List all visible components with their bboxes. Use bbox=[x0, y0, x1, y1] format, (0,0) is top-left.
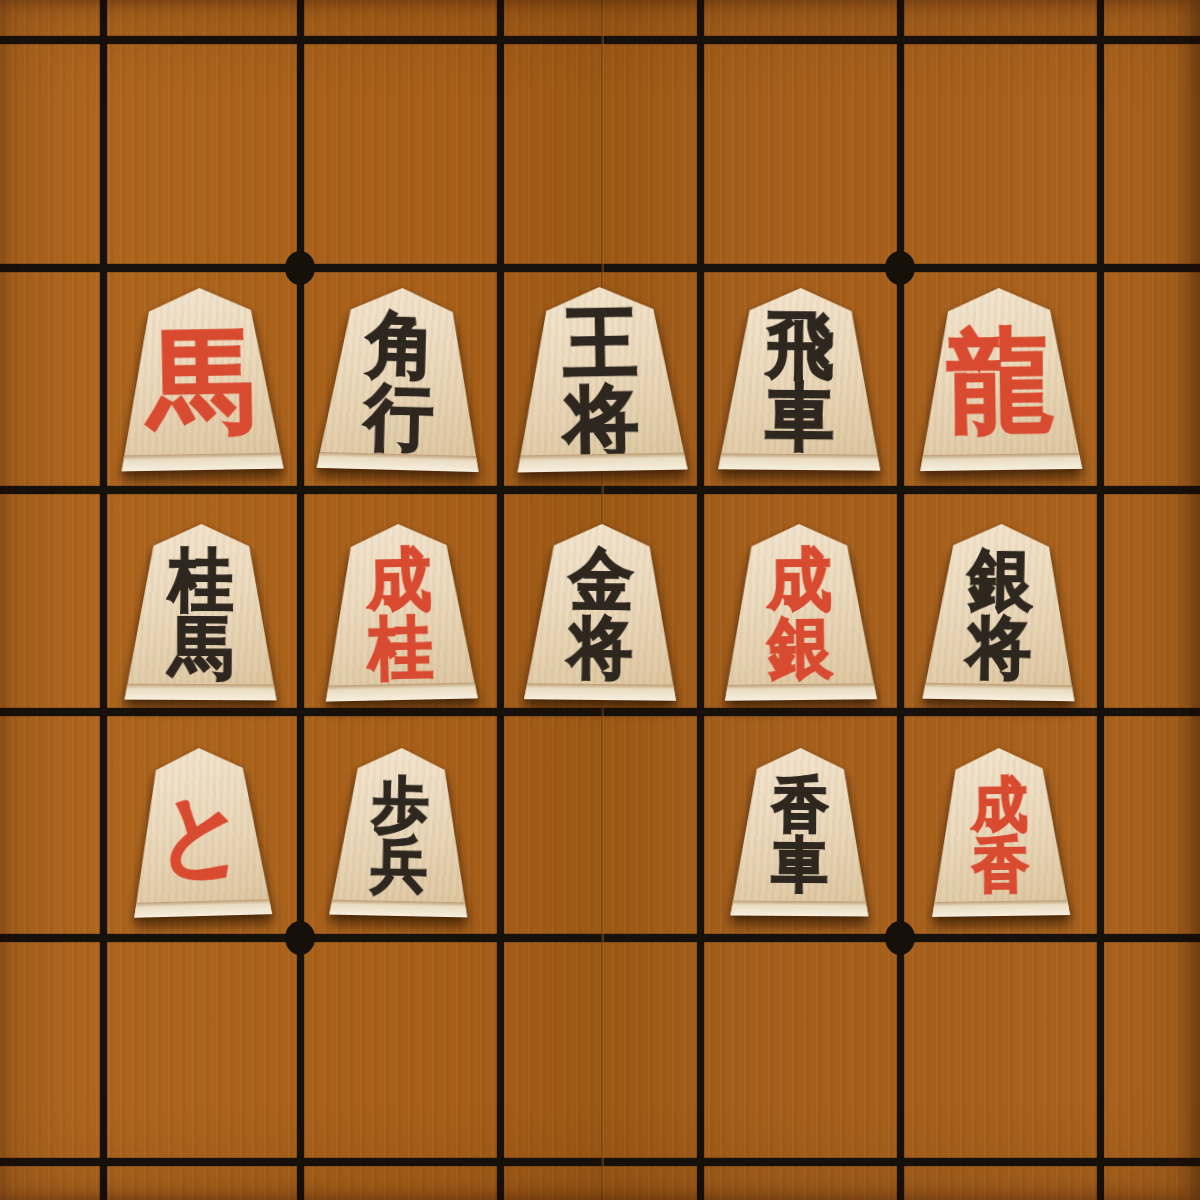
star-point bbox=[885, 921, 915, 955]
koma-body: 金将 bbox=[524, 523, 678, 701]
piece-kanji: 馬 bbox=[119, 308, 283, 453]
piece-promoted-lance[interactable]: 成香 bbox=[930, 747, 1070, 917]
grid-line-vertical bbox=[100, 0, 107, 1200]
piece-kanji: 成桂 bbox=[323, 544, 478, 684]
piece-kanji: 角行 bbox=[317, 308, 483, 454]
koma-body: 成香 bbox=[930, 747, 1070, 917]
piece-kanji: 龍 bbox=[918, 309, 1082, 453]
grid-line-vertical bbox=[497, 0, 504, 1200]
grid-line-horizontal bbox=[0, 264, 1200, 272]
koma-body: 歩兵 bbox=[329, 747, 470, 918]
grid-line-horizontal bbox=[0, 486, 1200, 494]
shogi-board-photo: 馬角行王将飛車龍桂馬成桂金将成銀銀将と歩兵香車成香 bbox=[0, 0, 1200, 1200]
piece-pawn[interactable]: 歩兵 bbox=[329, 747, 470, 918]
piece-silver[interactable]: 銀将 bbox=[922, 523, 1077, 702]
piece-king[interactable]: 王将 bbox=[514, 286, 687, 473]
piece-kanji: と bbox=[130, 766, 271, 901]
piece-tokin[interactable]: と bbox=[130, 746, 272, 918]
star-point bbox=[285, 921, 315, 955]
piece-promoted-silver[interactable]: 成銀 bbox=[723, 523, 877, 701]
piece-kanji: 王将 bbox=[515, 308, 687, 454]
piece-kanji: 成銀 bbox=[723, 544, 876, 683]
grid-line-horizontal bbox=[0, 708, 1200, 716]
star-point bbox=[285, 251, 315, 285]
piece-gold[interactable]: 金将 bbox=[524, 523, 678, 701]
shogi-board: 馬角行王将飛車龍桂馬成桂金将成銀銀将と歩兵香車成香 bbox=[0, 0, 1200, 1200]
piece-kanji: 香車 bbox=[731, 768, 870, 900]
piece-knight[interactable]: 桂馬 bbox=[125, 524, 278, 701]
grid-line-horizontal bbox=[0, 36, 1200, 44]
piece-kanji: 歩兵 bbox=[330, 767, 471, 901]
koma-body: 馬 bbox=[118, 287, 283, 472]
star-point bbox=[885, 251, 915, 285]
piece-promoted-bishop[interactable]: 馬 bbox=[118, 287, 283, 472]
piece-bishop[interactable]: 角行 bbox=[317, 286, 484, 472]
koma-body: 龍 bbox=[918, 287, 1083, 471]
koma-body: 角行 bbox=[317, 286, 484, 472]
piece-rook[interactable]: 飛車 bbox=[718, 287, 882, 470]
grid-line-horizontal bbox=[0, 1158, 1200, 1166]
piece-lance[interactable]: 香車 bbox=[730, 748, 869, 917]
piece-kanji: 成香 bbox=[930, 767, 1070, 900]
koma-body: 香車 bbox=[730, 748, 869, 917]
piece-kanji: 桂馬 bbox=[125, 545, 278, 683]
grid-line-vertical bbox=[897, 0, 904, 1200]
koma-body: 成桂 bbox=[322, 522, 478, 701]
grid-line-vertical bbox=[1097, 0, 1104, 1200]
grid-line-vertical bbox=[697, 0, 704, 1200]
koma-body: と bbox=[130, 746, 272, 918]
piece-promoted-rook[interactable]: 龍 bbox=[918, 287, 1083, 471]
piece-kanji: 金将 bbox=[524, 544, 677, 683]
piece-kanji: 飛車 bbox=[718, 309, 881, 452]
koma-body: 銀将 bbox=[922, 523, 1077, 702]
koma-body: 成銀 bbox=[723, 523, 877, 701]
grid-line-horizontal bbox=[0, 934, 1200, 942]
koma-body: 桂馬 bbox=[125, 524, 278, 701]
koma-body: 飛車 bbox=[718, 287, 882, 470]
piece-kanji: 銀将 bbox=[923, 544, 1077, 684]
grid-line-vertical bbox=[297, 0, 304, 1200]
koma-body: 王将 bbox=[514, 286, 687, 473]
piece-promoted-knight[interactable]: 成桂 bbox=[322, 522, 478, 701]
